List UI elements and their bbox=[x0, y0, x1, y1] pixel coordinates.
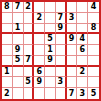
sudoku-cell-r9c1[interactable]: 2 bbox=[2, 88, 13, 99]
sudoku-cell-r7c9[interactable] bbox=[88, 67, 99, 78]
sudoku-cell-r3c9[interactable]: 8 bbox=[88, 24, 99, 35]
sudoku-cell-r8c4[interactable]: 9 bbox=[34, 77, 45, 88]
sudoku-cell-r9c5[interactable] bbox=[45, 88, 56, 99]
sudoku-cell-r2c2[interactable] bbox=[13, 13, 24, 24]
sudoku-cell-r8c8[interactable] bbox=[77, 77, 88, 88]
sudoku-cell-r4c2[interactable] bbox=[13, 34, 24, 45]
sudoku-cell-r5c4[interactable] bbox=[34, 45, 45, 56]
sudoku-cell-r1c3[interactable]: 2 bbox=[24, 2, 35, 13]
sudoku-cell-r8c9[interactable] bbox=[88, 77, 99, 88]
sudoku-cell-r6c8[interactable] bbox=[77, 56, 88, 67]
sudoku-cell-r2c9[interactable] bbox=[88, 13, 99, 24]
sudoku-cell-r3c7[interactable] bbox=[67, 24, 78, 35]
sudoku-cell-r3c5[interactable] bbox=[45, 24, 56, 35]
sudoku-cell-r3c1[interactable] bbox=[2, 24, 13, 35]
sudoku-cell-r5c1[interactable] bbox=[2, 45, 13, 56]
sudoku-cell-r5c7[interactable] bbox=[67, 45, 78, 56]
sudoku-cell-r3c6[interactable]: 9 bbox=[56, 24, 67, 35]
sudoku-cell-r9c2[interactable] bbox=[13, 88, 24, 99]
sudoku-cell-r6c7[interactable] bbox=[67, 56, 78, 67]
sudoku-cell-r3c4[interactable] bbox=[34, 24, 45, 35]
sudoku-board: 87242731985949165791625932735 bbox=[0, 0, 101, 101]
sudoku-cell-r4c8[interactable]: 4 bbox=[77, 34, 88, 45]
sudoku-cell-r9c7[interactable]: 7 bbox=[67, 88, 78, 99]
sudoku-cell-r2c1[interactable] bbox=[2, 13, 13, 24]
sudoku-cell-r4c9[interactable] bbox=[88, 34, 99, 45]
sudoku-cell-r2c8[interactable] bbox=[77, 13, 88, 24]
sudoku-cell-r4c5[interactable]: 5 bbox=[45, 34, 56, 45]
sudoku-cell-r3c3[interactable] bbox=[24, 24, 35, 35]
sudoku-cell-r9c4[interactable] bbox=[34, 88, 45, 99]
sudoku-cell-r4c4[interactable] bbox=[34, 34, 45, 45]
sudoku-cell-r1c4[interactable] bbox=[34, 2, 45, 13]
sudoku-cell-r7c6[interactable] bbox=[56, 67, 67, 78]
sudoku-cell-r3c2[interactable]: 1 bbox=[13, 24, 24, 35]
sudoku-cell-r1c9[interactable]: 4 bbox=[88, 2, 99, 13]
sudoku-cell-r8c7[interactable] bbox=[67, 77, 78, 88]
sudoku-cell-r7c5[interactable] bbox=[45, 67, 56, 78]
sudoku-cell-r9c8[interactable]: 3 bbox=[77, 88, 88, 99]
sudoku-cell-r6c1[interactable] bbox=[2, 56, 13, 67]
sudoku-cell-r2c6[interactable]: 7 bbox=[56, 13, 67, 24]
sudoku-cell-r4c6[interactable] bbox=[56, 34, 67, 45]
sudoku-cell-r6c6[interactable] bbox=[56, 56, 67, 67]
sudoku-cell-r2c5[interactable] bbox=[45, 13, 56, 24]
sudoku-cell-r7c2[interactable] bbox=[13, 67, 24, 78]
sudoku-cell-r4c1[interactable] bbox=[2, 34, 13, 45]
sudoku-cell-r7c8[interactable]: 2 bbox=[77, 67, 88, 78]
sudoku-cell-r1c8[interactable] bbox=[77, 2, 88, 13]
sudoku-cell-r1c7[interactable] bbox=[67, 2, 78, 13]
sudoku-cell-r7c4[interactable]: 6 bbox=[34, 67, 45, 78]
sudoku-cell-r9c9[interactable]: 5 bbox=[88, 88, 99, 99]
sudoku-cell-r5c5[interactable]: 1 bbox=[45, 45, 56, 56]
sudoku-cell-r8c3[interactable]: 5 bbox=[24, 77, 35, 88]
sudoku-cell-r2c4[interactable]: 2 bbox=[34, 13, 45, 24]
sudoku-cell-r9c3[interactable] bbox=[24, 88, 35, 99]
sudoku-cell-r6c9[interactable] bbox=[88, 56, 99, 67]
sudoku-cell-r8c5[interactable] bbox=[45, 77, 56, 88]
sudoku-cell-r2c3[interactable] bbox=[24, 13, 35, 24]
sudoku-cell-r3c8[interactable] bbox=[77, 24, 88, 35]
sudoku-cell-r6c5[interactable]: 9 bbox=[45, 56, 56, 67]
sudoku-cell-r5c9[interactable] bbox=[88, 45, 99, 56]
sudoku-cell-r5c8[interactable]: 6 bbox=[77, 45, 88, 56]
sudoku-cell-r8c1[interactable] bbox=[2, 77, 13, 88]
sudoku-cell-r5c3[interactable] bbox=[24, 45, 35, 56]
sudoku-cell-r9c6[interactable] bbox=[56, 88, 67, 99]
sudoku-cell-r7c1[interactable]: 1 bbox=[2, 67, 13, 78]
sudoku-cell-r6c3[interactable]: 7 bbox=[24, 56, 35, 67]
sudoku-cell-r5c2[interactable]: 9 bbox=[13, 45, 24, 56]
sudoku-cell-r7c7[interactable] bbox=[67, 67, 78, 78]
sudoku-cell-r6c2[interactable]: 5 bbox=[13, 56, 24, 67]
sudoku-cell-r4c7[interactable]: 9 bbox=[67, 34, 78, 45]
sudoku-cell-r5c6[interactable] bbox=[56, 45, 67, 56]
sudoku-cell-r8c2[interactable] bbox=[13, 77, 24, 88]
sudoku-cell-r8c6[interactable]: 3 bbox=[56, 77, 67, 88]
sudoku-cell-r2c7[interactable]: 3 bbox=[67, 13, 78, 24]
sudoku-cell-r1c6[interactable] bbox=[56, 2, 67, 13]
sudoku-cell-r1c5[interactable] bbox=[45, 2, 56, 13]
sudoku-cell-r7c3[interactable] bbox=[24, 67, 35, 78]
sudoku-cell-r4c3[interactable] bbox=[24, 34, 35, 45]
sudoku-cell-r1c2[interactable]: 7 bbox=[13, 2, 24, 13]
sudoku-cell-r1c1[interactable]: 8 bbox=[2, 2, 13, 13]
sudoku-cell-r6c4[interactable] bbox=[34, 56, 45, 67]
